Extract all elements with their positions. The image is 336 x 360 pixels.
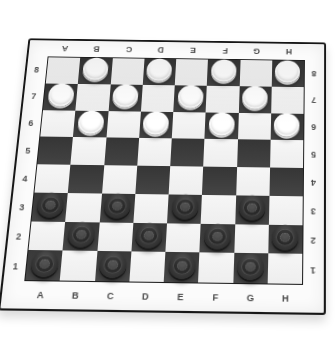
square-c6[interactable] xyxy=(106,111,141,138)
file-label-b: B xyxy=(71,290,79,301)
rank-label-3: 3 xyxy=(311,206,316,216)
square-g6[interactable] xyxy=(238,112,271,139)
rank-label-1: 1 xyxy=(311,265,316,275)
white-checker-h8[interactable] xyxy=(275,61,300,84)
square-a4[interactable] xyxy=(35,164,71,193)
file-label-c: C xyxy=(125,45,132,54)
square-e8[interactable] xyxy=(175,59,208,85)
rank-label-6: 6 xyxy=(312,122,317,131)
square-b8[interactable] xyxy=(78,58,112,84)
square-c2[interactable] xyxy=(97,222,133,252)
square-e7[interactable] xyxy=(173,85,207,112)
square-c1[interactable] xyxy=(95,251,132,281)
file-label-f: F xyxy=(212,292,218,303)
file-label-f: F xyxy=(222,46,228,55)
square-g4[interactable] xyxy=(236,167,270,196)
square-e5[interactable] xyxy=(170,139,204,167)
square-f5[interactable] xyxy=(203,139,237,167)
checkers-board xyxy=(24,56,305,285)
file-label-b: B xyxy=(93,45,100,54)
square-e3[interactable] xyxy=(167,194,202,223)
black-checker-b2[interactable] xyxy=(67,222,96,248)
square-e6[interactable] xyxy=(172,112,206,139)
square-e4[interactable] xyxy=(169,166,204,195)
rank-label-3: 3 xyxy=(19,202,25,212)
square-g5[interactable] xyxy=(237,139,271,167)
black-checker-d2[interactable] xyxy=(135,223,163,249)
black-checker-f2[interactable] xyxy=(203,224,231,250)
rank-label-6: 6 xyxy=(28,118,34,127)
square-b1[interactable] xyxy=(60,251,97,281)
square-g7[interactable] xyxy=(238,86,271,113)
square-f3[interactable] xyxy=(201,195,236,224)
white-checker-b6[interactable] xyxy=(77,110,105,134)
file-label-h: H xyxy=(282,293,289,304)
black-checker-g1[interactable] xyxy=(237,253,265,279)
square-h8[interactable] xyxy=(271,60,303,86)
square-e1[interactable] xyxy=(164,252,200,282)
square-d4[interactable] xyxy=(135,166,170,195)
rank-label-7: 7 xyxy=(312,95,317,104)
square-h2[interactable] xyxy=(268,224,302,254)
black-checker-e1[interactable] xyxy=(168,252,196,278)
square-c8[interactable] xyxy=(110,58,144,84)
square-h3[interactable] xyxy=(269,196,303,225)
black-checker-g3[interactable] xyxy=(239,195,266,220)
square-d2[interactable] xyxy=(131,222,167,252)
square-g2[interactable] xyxy=(234,224,269,254)
rank-label-8: 8 xyxy=(34,65,40,74)
square-b7[interactable] xyxy=(76,84,111,111)
white-checker-f8[interactable] xyxy=(211,60,237,83)
board-mat: ABCDEFGH 87654321 87654321 ABCDEFGH xyxy=(0,38,326,315)
file-label-a: A xyxy=(36,290,44,301)
square-d7[interactable] xyxy=(141,85,175,112)
rank-label-2: 2 xyxy=(16,231,22,241)
square-a6[interactable] xyxy=(40,110,75,137)
file-labels-bottom: ABCDEFGH xyxy=(21,281,303,312)
square-e2[interactable] xyxy=(165,223,201,253)
file-label-h: H xyxy=(286,47,292,56)
square-a3[interactable] xyxy=(32,192,69,221)
square-g3[interactable] xyxy=(235,195,269,224)
square-h4[interactable] xyxy=(269,168,303,197)
black-checker-a3[interactable] xyxy=(36,193,65,218)
square-g8[interactable] xyxy=(239,60,272,86)
white-checker-h6[interactable] xyxy=(274,113,300,137)
rank-label-8: 8 xyxy=(312,69,317,78)
square-d5[interactable] xyxy=(137,138,172,166)
white-checker-c7[interactable] xyxy=(112,84,139,107)
rank-label-2: 2 xyxy=(311,235,316,245)
square-h1[interactable] xyxy=(267,254,302,284)
square-f1[interactable] xyxy=(198,253,234,283)
square-f4[interactable] xyxy=(202,167,236,196)
square-d1[interactable] xyxy=(129,252,165,282)
square-c5[interactable] xyxy=(104,138,139,166)
board-scene: ABCDEFGH 87654321 87654321 ABCDEFGH xyxy=(14,30,326,310)
square-a7[interactable] xyxy=(43,83,78,110)
file-label-c: C xyxy=(107,291,115,302)
square-a2[interactable] xyxy=(29,221,66,251)
white-checker-f6[interactable] xyxy=(208,112,234,136)
square-b3[interactable] xyxy=(65,193,101,222)
file-label-d: D xyxy=(142,291,149,302)
rank-label-4: 4 xyxy=(22,173,28,183)
square-b2[interactable] xyxy=(63,221,100,251)
square-c4[interactable] xyxy=(102,165,137,194)
file-label-e: E xyxy=(190,46,196,55)
rank-labels-right: 87654321 xyxy=(303,60,324,285)
rank-label-5: 5 xyxy=(312,149,317,159)
square-h5[interactable] xyxy=(270,140,303,168)
square-d3[interactable] xyxy=(133,194,168,223)
white-checker-e7[interactable] xyxy=(177,85,203,108)
square-h7[interactable] xyxy=(271,86,304,113)
square-h6[interactable] xyxy=(270,113,303,140)
square-b5[interactable] xyxy=(71,137,106,165)
square-f7[interactable] xyxy=(206,86,239,113)
square-f6[interactable] xyxy=(205,112,239,139)
black-checker-e3[interactable] xyxy=(171,194,199,219)
square-b6[interactable] xyxy=(73,110,108,137)
white-checker-d6[interactable] xyxy=(143,111,170,135)
file-label-d: D xyxy=(157,45,164,54)
white-checker-d8[interactable] xyxy=(146,59,172,82)
square-a1[interactable] xyxy=(25,250,62,280)
square-g1[interactable] xyxy=(233,253,268,283)
square-a8[interactable] xyxy=(46,57,81,83)
rank-label-4: 4 xyxy=(311,177,316,187)
file-label-a: A xyxy=(61,44,68,53)
file-label-g: G xyxy=(253,47,260,56)
white-checker-b8[interactable] xyxy=(82,58,109,81)
square-b4[interactable] xyxy=(68,165,104,194)
white-checker-a7[interactable] xyxy=(47,83,75,106)
file-label-e: E xyxy=(177,292,184,303)
rank-label-7: 7 xyxy=(31,91,37,100)
square-d6[interactable] xyxy=(139,111,173,138)
black-checker-a1[interactable] xyxy=(30,250,59,276)
white-checker-g7[interactable] xyxy=(242,86,268,109)
rank-label-1: 1 xyxy=(12,261,18,271)
square-c3[interactable] xyxy=(99,193,135,222)
photo-background: ABCDEFGH 87654321 87654321 ABCDEFGH xyxy=(0,0,336,360)
file-label-g: G xyxy=(247,293,255,304)
square-c7[interactable] xyxy=(108,84,142,111)
black-checker-h2[interactable] xyxy=(272,224,299,250)
square-d8[interactable] xyxy=(143,59,177,85)
black-checker-c1[interactable] xyxy=(99,251,128,277)
square-a5[interactable] xyxy=(37,137,73,165)
black-checker-c3[interactable] xyxy=(103,193,131,218)
rank-label-5: 5 xyxy=(25,145,31,155)
square-f2[interactable] xyxy=(200,223,235,253)
square-f8[interactable] xyxy=(207,60,240,86)
